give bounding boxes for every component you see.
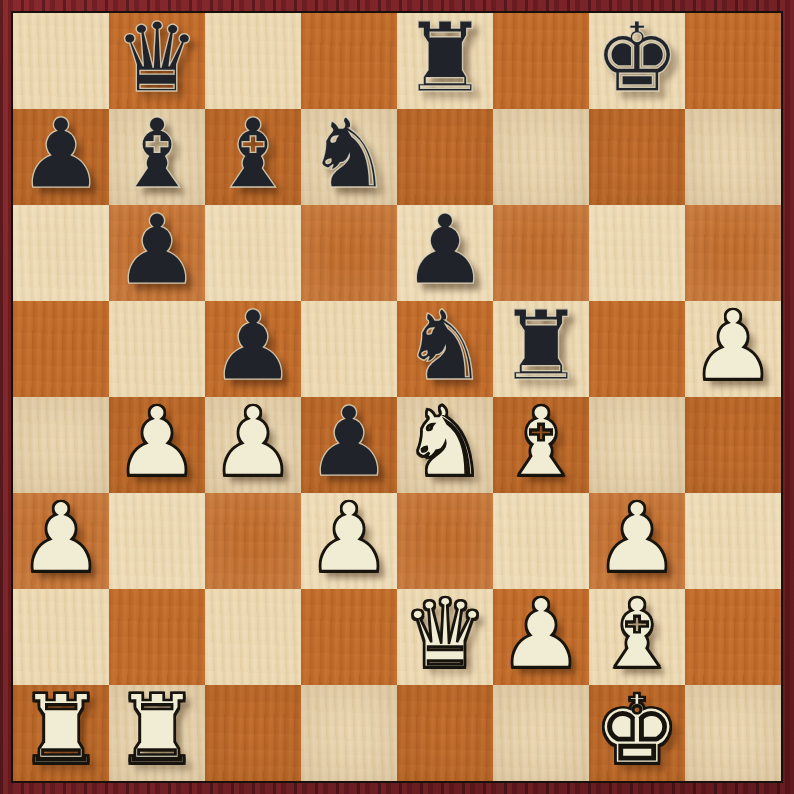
black-pawn-icon[interactable]: ♟ (18, 106, 104, 202)
square-h2[interactable] (685, 589, 781, 685)
white-pawn-icon[interactable]: ♟ (114, 394, 200, 490)
square-g7[interactable] (589, 109, 685, 205)
black-pawn-icon[interactable]: ♟ (210, 298, 296, 394)
square-g1[interactable]: ♚ (589, 685, 685, 781)
square-b6[interactable]: ♟ (109, 205, 205, 301)
black-pawn-icon[interactable]: ♟ (306, 394, 392, 490)
square-a1[interactable]: ♜ (13, 685, 109, 781)
square-e6[interactable]: ♟ (397, 205, 493, 301)
square-b5[interactable] (109, 301, 205, 397)
square-g6[interactable] (589, 205, 685, 301)
white-rook-icon[interactable]: ♜ (114, 682, 200, 778)
board-frame: ♛♜♚♟♝♝♞♟♟♟♞♜♟♟♟♟♞♝♟♟♟♛♟♝♜♜♚ (0, 0, 794, 794)
black-pawn-icon[interactable]: ♟ (114, 202, 200, 298)
square-c2[interactable] (205, 589, 301, 685)
square-f8[interactable] (493, 13, 589, 109)
square-a6[interactable] (13, 205, 109, 301)
square-b1[interactable]: ♜ (109, 685, 205, 781)
black-rook-icon[interactable]: ♜ (498, 298, 584, 394)
square-b4[interactable]: ♟ (109, 397, 205, 493)
square-e5[interactable]: ♞ (397, 301, 493, 397)
white-pawn-icon[interactable]: ♟ (18, 490, 104, 586)
square-g4[interactable] (589, 397, 685, 493)
white-king-icon[interactable]: ♚ (594, 682, 680, 778)
white-pawn-icon[interactable]: ♟ (594, 490, 680, 586)
black-pawn-icon[interactable]: ♟ (402, 202, 488, 298)
square-b2[interactable] (109, 589, 205, 685)
black-king-icon[interactable]: ♚ (594, 10, 680, 106)
white-pawn-icon[interactable]: ♟ (306, 490, 392, 586)
square-e1[interactable] (397, 685, 493, 781)
square-a7[interactable]: ♟ (13, 109, 109, 205)
white-pawn-icon[interactable]: ♟ (210, 394, 296, 490)
square-g8[interactable]: ♚ (589, 13, 685, 109)
square-f3[interactable] (493, 493, 589, 589)
square-f4[interactable]: ♝ (493, 397, 589, 493)
white-rook-icon[interactable]: ♜ (18, 682, 104, 778)
square-f2[interactable]: ♟ (493, 589, 589, 685)
white-pawn-icon[interactable]: ♟ (498, 586, 584, 682)
square-b3[interactable] (109, 493, 205, 589)
square-h7[interactable] (685, 109, 781, 205)
square-d3[interactable]: ♟ (301, 493, 397, 589)
square-c8[interactable] (205, 13, 301, 109)
square-d6[interactable] (301, 205, 397, 301)
square-e2[interactable]: ♛ (397, 589, 493, 685)
square-a4[interactable] (13, 397, 109, 493)
square-f7[interactable] (493, 109, 589, 205)
black-queen-icon[interactable]: ♛ (114, 10, 200, 106)
white-pawn-icon[interactable]: ♟ (690, 298, 776, 394)
square-d7[interactable]: ♞ (301, 109, 397, 205)
square-e7[interactable] (397, 109, 493, 205)
square-e8[interactable]: ♜ (397, 13, 493, 109)
square-c5[interactable]: ♟ (205, 301, 301, 397)
white-queen-icon[interactable]: ♛ (402, 586, 488, 682)
square-c3[interactable] (205, 493, 301, 589)
square-a2[interactable] (13, 589, 109, 685)
square-d2[interactable] (301, 589, 397, 685)
square-c1[interactable] (205, 685, 301, 781)
square-b8[interactable]: ♛ (109, 13, 205, 109)
square-f1[interactable] (493, 685, 589, 781)
square-d4[interactable]: ♟ (301, 397, 397, 493)
white-knight-icon[interactable]: ♞ (402, 394, 488, 490)
black-rook-icon[interactable]: ♜ (402, 10, 488, 106)
square-a8[interactable] (13, 13, 109, 109)
white-bishop-icon[interactable]: ♝ (594, 586, 680, 682)
square-g3[interactable]: ♟ (589, 493, 685, 589)
square-g5[interactable] (589, 301, 685, 397)
square-h3[interactable] (685, 493, 781, 589)
square-a5[interactable] (13, 301, 109, 397)
square-a3[interactable]: ♟ (13, 493, 109, 589)
square-h1[interactable] (685, 685, 781, 781)
square-c7[interactable]: ♝ (205, 109, 301, 205)
square-d1[interactable] (301, 685, 397, 781)
square-b7[interactable]: ♝ (109, 109, 205, 205)
square-f6[interactable] (493, 205, 589, 301)
square-f5[interactable]: ♜ (493, 301, 589, 397)
black-knight-icon[interactable]: ♞ (402, 298, 488, 394)
black-bishop-icon[interactable]: ♝ (210, 106, 296, 202)
chess-board: ♛♜♚♟♝♝♞♟♟♟♞♜♟♟♟♟♞♝♟♟♟♛♟♝♜♜♚ (11, 11, 783, 783)
square-g2[interactable]: ♝ (589, 589, 685, 685)
square-h4[interactable] (685, 397, 781, 493)
white-bishop-icon[interactable]: ♝ (498, 394, 584, 490)
square-h8[interactable] (685, 13, 781, 109)
square-h6[interactable] (685, 205, 781, 301)
square-e3[interactable] (397, 493, 493, 589)
square-c4[interactable]: ♟ (205, 397, 301, 493)
square-c6[interactable] (205, 205, 301, 301)
square-d8[interactable] (301, 13, 397, 109)
square-d5[interactable] (301, 301, 397, 397)
square-h5[interactable]: ♟ (685, 301, 781, 397)
black-knight-icon[interactable]: ♞ (306, 106, 392, 202)
square-e4[interactable]: ♞ (397, 397, 493, 493)
black-bishop-icon[interactable]: ♝ (114, 106, 200, 202)
